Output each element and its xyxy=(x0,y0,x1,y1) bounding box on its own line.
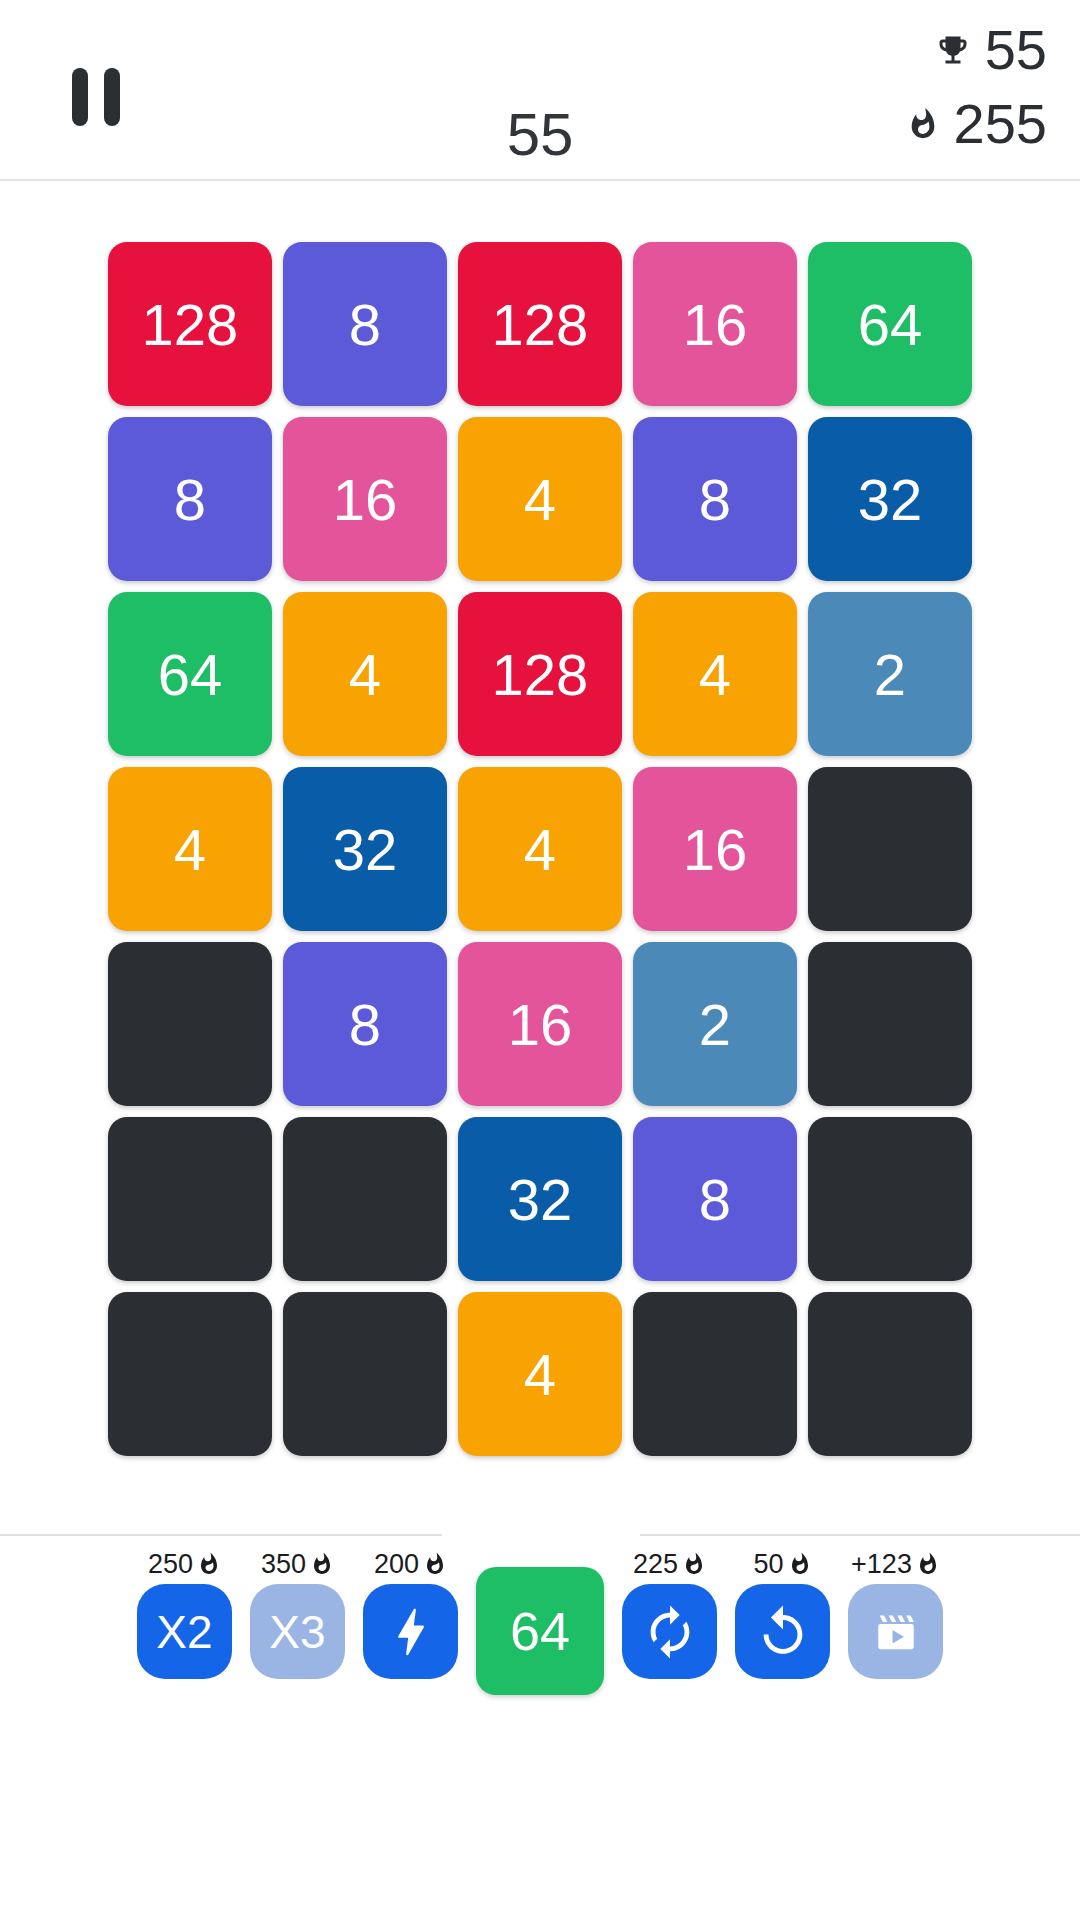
fire-points-stat: 255 xyxy=(906,94,1047,154)
next-tile[interactable]: 64 xyxy=(476,1567,604,1695)
empty-cell[interactable] xyxy=(808,767,972,931)
tile-2[interactable]: 2 xyxy=(808,592,972,756)
powerup-undo-cost: 50 xyxy=(753,1548,811,1580)
tile-8[interactable]: 8 xyxy=(283,942,447,1106)
powerup-toolbar: 250 X2 350 X3 200 xyxy=(0,1548,1080,1695)
fire-icon xyxy=(423,1552,447,1576)
lightning-icon xyxy=(383,1604,439,1660)
swap-button[interactable] xyxy=(622,1584,717,1679)
empty-cell[interactable] xyxy=(808,1292,972,1456)
tile-128[interactable]: 128 xyxy=(458,592,622,756)
tile-16[interactable]: 16 xyxy=(283,417,447,581)
empty-cell[interactable] xyxy=(808,942,972,1106)
tile-8[interactable]: 8 xyxy=(283,242,447,406)
tile-4[interactable]: 4 xyxy=(458,417,622,581)
cost-value: 250 xyxy=(148,1549,193,1580)
cost-value: 350 xyxy=(261,1549,306,1580)
header-divider xyxy=(0,179,1080,181)
tile-64[interactable]: 64 xyxy=(108,592,272,756)
cost-value: 225 xyxy=(633,1549,678,1580)
undo-icon xyxy=(754,1603,812,1661)
fire-icon xyxy=(916,1552,940,1576)
tile-4[interactable]: 4 xyxy=(108,767,272,931)
tile-4[interactable]: 4 xyxy=(458,1292,622,1456)
powerup-swap: 225 xyxy=(622,1548,717,1679)
best-score-stat: 55 xyxy=(935,20,1047,80)
header-stats: 55 255 xyxy=(906,20,1047,154)
tile-32[interactable]: 32 xyxy=(808,417,972,581)
game-screen: 55 55 255 128812816648164832644128424324… xyxy=(0,0,1080,1920)
tile-16[interactable]: 16 xyxy=(458,942,622,1106)
powerup-undo: 50 xyxy=(735,1548,830,1679)
x3-label: X3 xyxy=(269,1605,325,1659)
powerup-x2-cost: 250 xyxy=(148,1548,221,1580)
tile-128[interactable]: 128 xyxy=(458,242,622,406)
empty-cell[interactable] xyxy=(108,1292,272,1456)
tile-16[interactable]: 16 xyxy=(633,767,797,931)
fire-icon xyxy=(788,1552,812,1576)
toolbar-divider xyxy=(0,1534,442,1536)
tile-4[interactable]: 4 xyxy=(283,592,447,756)
x2-label: X2 xyxy=(156,1605,212,1659)
empty-cell[interactable] xyxy=(283,1292,447,1456)
cost-value: 50 xyxy=(753,1549,783,1580)
fire-icon xyxy=(682,1552,706,1576)
powerup-lightning-cost: 200 xyxy=(374,1548,447,1580)
empty-cell[interactable] xyxy=(283,1117,447,1281)
fire-icon xyxy=(197,1552,221,1576)
next-tile-slot: 64 xyxy=(476,1567,604,1695)
fire-icon xyxy=(310,1552,334,1576)
tile-32[interactable]: 32 xyxy=(458,1117,622,1281)
x2-button[interactable]: X2 xyxy=(137,1584,232,1679)
powerup-ad-reward-cost: +123 xyxy=(851,1548,940,1580)
tile-16[interactable]: 16 xyxy=(633,242,797,406)
tile-2[interactable]: 2 xyxy=(633,942,797,1106)
tile-8[interactable]: 8 xyxy=(633,417,797,581)
tile-32[interactable]: 32 xyxy=(283,767,447,931)
watch-ad-button[interactable] xyxy=(848,1584,943,1679)
best-score-value: 55 xyxy=(985,20,1047,80)
empty-cell[interactable] xyxy=(108,1117,272,1281)
undo-button[interactable] xyxy=(735,1584,830,1679)
x3-button[interactable]: X3 xyxy=(250,1584,345,1679)
movie-icon xyxy=(868,1604,924,1660)
tile-4[interactable]: 4 xyxy=(458,767,622,931)
tile-8[interactable]: 8 xyxy=(108,417,272,581)
tile-4[interactable]: 4 xyxy=(633,592,797,756)
empty-cell[interactable] xyxy=(808,1117,972,1281)
cost-value: +123 xyxy=(851,1549,912,1580)
tile-8[interactable]: 8 xyxy=(633,1117,797,1281)
powerup-ad-reward: +123 xyxy=(848,1548,943,1679)
empty-cell[interactable] xyxy=(108,942,272,1106)
fire-points-value: 255 xyxy=(954,94,1047,154)
cost-value: 200 xyxy=(374,1549,419,1580)
empty-cell[interactable] xyxy=(633,1292,797,1456)
lightning-button[interactable] xyxy=(363,1584,458,1679)
tile-128[interactable]: 128 xyxy=(108,242,272,406)
powerup-lightning: 200 xyxy=(363,1548,458,1679)
powerup-x3-cost: 350 xyxy=(261,1548,334,1580)
tile-64[interactable]: 64 xyxy=(808,242,972,406)
powerup-swap-cost: 225 xyxy=(633,1548,706,1580)
powerup-x2: 250 X2 xyxy=(137,1548,232,1679)
sync-arrows-icon xyxy=(641,1603,699,1661)
powerup-x3: 350 X3 xyxy=(250,1548,345,1679)
trophy-icon xyxy=(935,32,971,68)
game-board: 1288128166481648326441284243241681623284 xyxy=(108,242,972,1456)
toolbar-divider xyxy=(640,1534,1080,1536)
fire-icon xyxy=(906,107,940,141)
